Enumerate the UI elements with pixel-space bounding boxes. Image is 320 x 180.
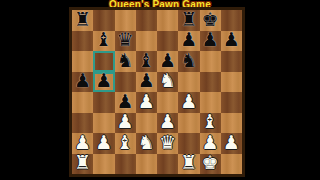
square-b6[interactable] — [93, 51, 114, 72]
piece-black-bishop[interactable]: ♝ — [138, 51, 155, 70]
piece-white-pawn[interactable]: ♟ — [138, 92, 155, 111]
square-c8[interactable] — [115, 10, 136, 31]
square-g6[interactable] — [200, 51, 221, 72]
square-a8[interactable]: ♜ — [72, 10, 93, 31]
square-d7[interactable] — [136, 31, 157, 52]
piece-white-pawn[interactable]: ♟ — [95, 133, 112, 152]
piece-black-pawn[interactable]: ♟ — [180, 31, 197, 50]
square-g3[interactable]: ♝ — [200, 113, 221, 134]
piece-black-bishop[interactable]: ♝ — [95, 31, 112, 50]
square-a3[interactable] — [72, 113, 93, 134]
piece-white-king[interactable]: ♚ — [202, 154, 219, 173]
square-c4[interactable]: ♟ — [115, 92, 136, 113]
square-e6[interactable]: ♟ — [157, 51, 178, 72]
square-a7[interactable] — [72, 31, 93, 52]
square-f1[interactable]: ♜ — [178, 154, 199, 175]
square-g2[interactable]: ♟ — [200, 133, 221, 154]
piece-black-queen[interactable]: ♛ — [117, 31, 134, 50]
square-e5[interactable]: ♞ — [157, 72, 178, 93]
square-h8[interactable] — [221, 10, 242, 31]
square-f3[interactable] — [178, 113, 199, 134]
square-d5[interactable]: ♟ — [136, 72, 157, 93]
square-f2[interactable] — [178, 133, 199, 154]
piece-black-rook[interactable]: ♜ — [180, 10, 197, 29]
square-b4[interactable] — [93, 92, 114, 113]
piece-black-pawn[interactable]: ♟ — [95, 72, 112, 91]
square-e3[interactable]: ♟ — [157, 113, 178, 134]
square-e2[interactable]: ♛ — [157, 133, 178, 154]
piece-white-pawn[interactable]: ♟ — [223, 133, 240, 152]
square-a6[interactable] — [72, 51, 93, 72]
square-d3[interactable] — [136, 113, 157, 134]
square-b5[interactable]: ♟ — [93, 72, 114, 93]
square-b2[interactable]: ♟ — [93, 133, 114, 154]
square-b1[interactable] — [93, 154, 114, 175]
square-e7[interactable] — [157, 31, 178, 52]
piece-black-pawn[interactable]: ♟ — [117, 92, 134, 111]
piece-black-knight[interactable]: ♞ — [180, 51, 197, 70]
square-d1[interactable] — [136, 154, 157, 175]
square-f8[interactable]: ♜ — [178, 10, 199, 31]
square-c2[interactable]: ♝ — [115, 133, 136, 154]
square-a5[interactable]: ♟ — [72, 72, 93, 93]
board-grid: ♜♜♚♝♛♟♟♟♞♝♟♞♟♟♟♞♟♟♟♟♟♝♟♟♝♞♛♟♟♜♜♚ — [72, 10, 242, 174]
piece-black-pawn[interactable]: ♟ — [223, 31, 240, 50]
square-c6[interactable]: ♞ — [115, 51, 136, 72]
piece-white-queen[interactable]: ♛ — [159, 133, 176, 152]
square-f5[interactable] — [178, 72, 199, 93]
square-e1[interactable] — [157, 154, 178, 175]
square-g5[interactable] — [200, 72, 221, 93]
square-b7[interactable]: ♝ — [93, 31, 114, 52]
square-d8[interactable] — [136, 10, 157, 31]
piece-black-pawn[interactable]: ♟ — [159, 51, 176, 70]
piece-white-rook[interactable]: ♜ — [74, 154, 91, 173]
square-f7[interactable]: ♟ — [178, 31, 199, 52]
square-h2[interactable]: ♟ — [221, 133, 242, 154]
square-g4[interactable] — [200, 92, 221, 113]
square-g8[interactable]: ♚ — [200, 10, 221, 31]
piece-white-pawn[interactable]: ♟ — [202, 133, 219, 152]
square-a2[interactable]: ♟ — [72, 133, 93, 154]
square-h1[interactable] — [221, 154, 242, 175]
piece-black-knight[interactable]: ♞ — [117, 51, 134, 70]
square-c5[interactable] — [115, 72, 136, 93]
square-a1[interactable]: ♜ — [72, 154, 93, 175]
piece-white-bishop[interactable]: ♝ — [117, 133, 134, 152]
square-h3[interactable] — [221, 113, 242, 134]
piece-white-pawn[interactable]: ♟ — [117, 113, 134, 132]
piece-black-pawn[interactable]: ♟ — [138, 72, 155, 91]
piece-black-pawn[interactable]: ♟ — [74, 72, 91, 91]
piece-white-pawn[interactable]: ♟ — [180, 92, 197, 111]
piece-white-knight[interactable]: ♞ — [159, 72, 176, 91]
square-b8[interactable] — [93, 10, 114, 31]
square-h6[interactable] — [221, 51, 242, 72]
screenshot-root: Queen's Pawn Game ♜♜♚♝♛♟♟♟♞♝♟♞♟♟♟♞♟♟♟♟♟♝… — [0, 0, 320, 180]
piece-white-knight[interactable]: ♞ — [138, 133, 155, 152]
square-g7[interactable]: ♟ — [200, 31, 221, 52]
square-h5[interactable] — [221, 72, 242, 93]
piece-black-pawn[interactable]: ♟ — [202, 31, 219, 50]
piece-white-pawn[interactable]: ♟ — [159, 113, 176, 132]
square-c3[interactable]: ♟ — [115, 113, 136, 134]
square-d4[interactable]: ♟ — [136, 92, 157, 113]
square-c1[interactable] — [115, 154, 136, 175]
square-f6[interactable]: ♞ — [178, 51, 199, 72]
piece-black-rook[interactable]: ♜ — [74, 10, 91, 29]
square-f4[interactable]: ♟ — [178, 92, 199, 113]
square-b3[interactable] — [93, 113, 114, 134]
square-e4[interactable] — [157, 92, 178, 113]
chess-board: ♜♜♚♝♛♟♟♟♞♝♟♞♟♟♟♞♟♟♟♟♟♝♟♟♝♞♛♟♟♜♜♚ — [69, 7, 245, 177]
square-d2[interactable]: ♞ — [136, 133, 157, 154]
piece-white-rook[interactable]: ♜ — [180, 154, 197, 173]
square-h4[interactable] — [221, 92, 242, 113]
square-d6[interactable]: ♝ — [136, 51, 157, 72]
square-g1[interactable]: ♚ — [200, 154, 221, 175]
piece-black-king[interactable]: ♚ — [202, 10, 219, 29]
piece-white-bishop[interactable]: ♝ — [202, 113, 219, 132]
square-h7[interactable]: ♟ — [221, 31, 242, 52]
piece-white-pawn[interactable]: ♟ — [74, 133, 91, 152]
square-c7[interactable]: ♛ — [115, 31, 136, 52]
square-a4[interactable] — [72, 92, 93, 113]
square-e8[interactable] — [157, 10, 178, 31]
